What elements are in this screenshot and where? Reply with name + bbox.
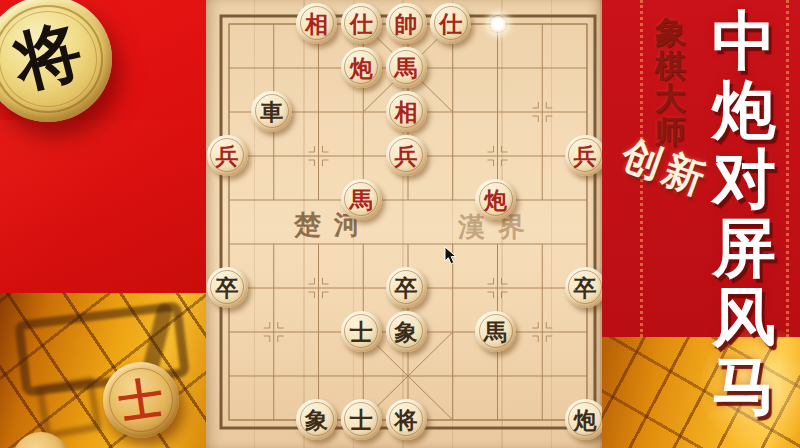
piece-black-士[interactable]: 士	[341, 311, 382, 352]
piece-char: 仕	[341, 3, 382, 44]
piece-black-炮[interactable]: 炮	[565, 399, 606, 440]
piece-char: 炮	[565, 399, 606, 440]
title-char: 中	[706, 6, 782, 75]
piece-char: 象	[296, 399, 337, 440]
xiangqi-app-screen: 将 士 楚河 漢界 相仕帥仕炮馬車相兵兵兵馬炮卒卒卒士象馬象士将炮	[0, 0, 800, 448]
piece-black-象[interactable]: 象	[386, 311, 427, 352]
piece-red-炮[interactable]: 炮	[475, 179, 516, 220]
piece-char: 炮	[475, 179, 516, 220]
piece-char: 士	[341, 399, 382, 440]
piece-char: 馬	[475, 311, 516, 352]
title-char: 象	[652, 16, 688, 49]
piece-red-馬[interactable]: 馬	[386, 47, 427, 88]
piece-black-卒[interactable]: 卒	[207, 267, 248, 308]
piece-char: 兵	[207, 135, 248, 176]
piece-char: 将	[386, 399, 427, 440]
piece-black-士[interactable]: 士	[341, 399, 382, 440]
piece-red-兵[interactable]: 兵	[207, 135, 248, 176]
piece-red-仕[interactable]: 仕	[430, 3, 471, 44]
piece-red-兵[interactable]: 兵	[386, 135, 427, 176]
piece-char: 象	[386, 311, 427, 352]
piece-red-帥[interactable]: 帥	[386, 3, 427, 44]
piece-char: 兵	[565, 135, 606, 176]
piece-black-卒[interactable]: 卒	[386, 267, 427, 308]
piece-black-将[interactable]: 将	[386, 399, 427, 440]
decor-advisor-piece: 士	[103, 362, 179, 438]
piece-char: 仕	[430, 3, 471, 44]
right-title-panel: 象棋大师 创新 中炮对屏风马	[602, 0, 800, 448]
piece-red-兵[interactable]: 兵	[565, 135, 606, 176]
last-move-highlight	[489, 15, 507, 33]
piece-char: 卒	[207, 267, 248, 308]
mouse-cursor-icon	[444, 246, 458, 266]
title-char: 棋	[652, 49, 688, 82]
piece-char: 車	[251, 91, 292, 132]
title-char: 屏	[706, 213, 782, 282]
piece-char: 相	[296, 3, 337, 44]
piece-char: 馬	[386, 47, 427, 88]
decor-general-piece: 将	[0, 0, 112, 122]
app-name-vertical: 象棋大师	[652, 16, 688, 148]
decor-general-char: 将	[0, 0, 112, 114]
piece-red-炮[interactable]: 炮	[341, 47, 382, 88]
left-board-photo: 士	[0, 293, 206, 448]
title-char: 大	[652, 82, 688, 115]
piece-char: 炮	[341, 47, 382, 88]
piece-char: 卒	[386, 267, 427, 308]
title-char: 对	[706, 144, 782, 213]
piece-char: 卒	[565, 267, 606, 308]
piece-red-馬[interactable]: 馬	[341, 179, 382, 220]
opening-title-vertical: 中炮对屏风马	[706, 6, 782, 420]
piece-char: 士	[341, 311, 382, 352]
title-char: 风	[706, 282, 782, 351]
piece-char: 帥	[386, 3, 427, 44]
piece-char: 相	[386, 91, 427, 132]
piece-black-象[interactable]: 象	[296, 399, 337, 440]
title-char: 炮	[706, 75, 782, 144]
piece-red-相[interactable]: 相	[296, 3, 337, 44]
piece-char: 馬	[341, 179, 382, 220]
piece-black-馬[interactable]: 馬	[475, 311, 516, 352]
xiangqi-board[interactable]: 楚河 漢界 相仕帥仕炮馬車相兵兵兵馬炮卒卒卒士象馬象士将炮	[206, 0, 602, 448]
piece-black-卒[interactable]: 卒	[565, 267, 606, 308]
piece-black-車[interactable]: 車	[251, 91, 292, 132]
carved-ornament	[36, 376, 102, 439]
gold-dashed-divider	[786, 0, 789, 337]
piece-char: 兵	[386, 135, 427, 176]
title-char: 马	[706, 351, 782, 420]
piece-red-相[interactable]: 相	[386, 91, 427, 132]
decor-advisor-char: 士	[99, 365, 183, 435]
left-decor-panel: 将 士	[0, 0, 206, 448]
piece-red-仕[interactable]: 仕	[341, 3, 382, 44]
